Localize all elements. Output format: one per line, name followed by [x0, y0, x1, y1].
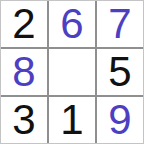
cell-value: 1 [60, 99, 83, 141]
sudoku-cell-r3c2[interactable]: 1 [49, 97, 95, 143]
sudoku-cell-r1c3[interactable]: 7 [97, 1, 143, 47]
sudoku-board: 2 6 7 8 5 3 1 9 [0, 0, 144, 144]
sudoku-cell-r1c2[interactable]: 6 [49, 1, 95, 47]
sudoku-cell-r2c1[interactable]: 8 [1, 49, 47, 95]
cell-value: 9 [108, 99, 131, 141]
cell-value: 8 [12, 51, 35, 93]
sudoku-cell-r2c2[interactable] [49, 49, 95, 95]
sudoku-cell-r1c1[interactable]: 2 [1, 1, 47, 47]
sudoku-cell-r3c3[interactable]: 9 [97, 97, 143, 143]
sudoku-cell-r3c1[interactable]: 3 [1, 97, 47, 143]
cell-value: 2 [12, 3, 35, 45]
cell-value: 3 [12, 99, 35, 141]
sudoku-cell-r2c3[interactable]: 5 [97, 49, 143, 95]
cell-value: 7 [108, 3, 131, 45]
cell-value: 6 [60, 3, 83, 45]
cell-value: 5 [108, 51, 131, 93]
